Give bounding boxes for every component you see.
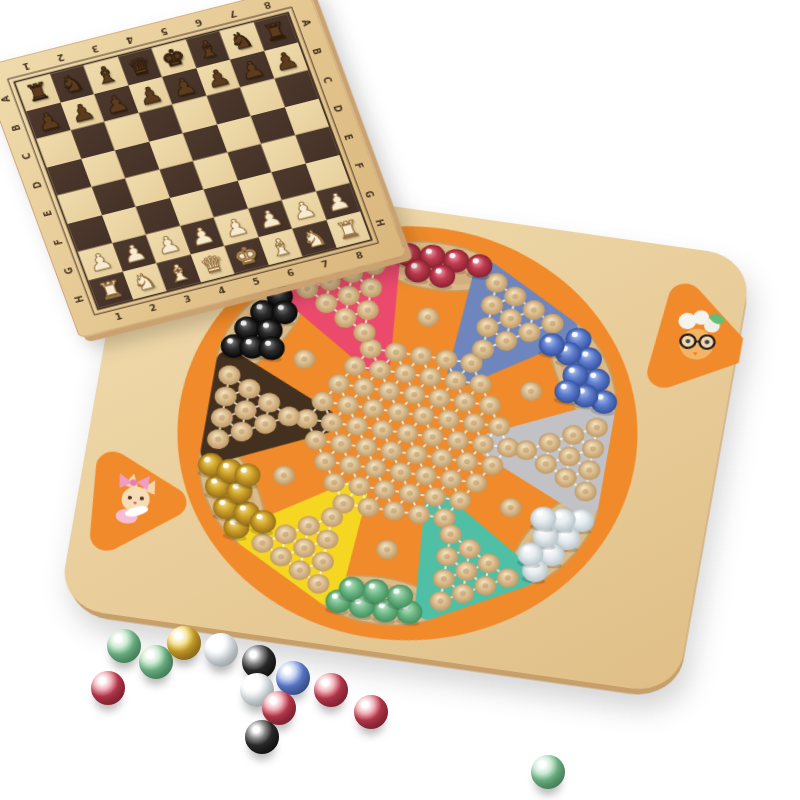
- loose-marble-green[interactable]: [107, 629, 141, 663]
- loose-marble-gold[interactable]: [167, 626, 201, 660]
- loose-marble-red[interactable]: [354, 695, 388, 729]
- loose-marble-white[interactable]: [204, 633, 238, 667]
- loose-marble-red[interactable]: [91, 671, 125, 705]
- loose-marble-green[interactable]: [531, 755, 565, 789]
- loose-marble-blue[interactable]: [276, 661, 310, 695]
- loose-marble-black[interactable]: [245, 720, 279, 754]
- loose-marble-red[interactable]: [314, 673, 348, 707]
- product-photo-scene: 12345678 12345678 ABCDEFGH ABCDEFGH ♜♞♝♛…: [0, 0, 800, 800]
